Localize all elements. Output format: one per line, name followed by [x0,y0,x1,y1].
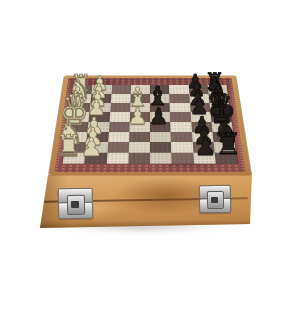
board-square [170,112,191,122]
board-square [210,112,231,122]
board-square [150,132,171,142]
board-square [169,94,189,103]
board-square [170,103,190,112]
board-square [70,103,91,112]
board-square [190,103,211,112]
chess-board [49,76,251,175]
board-square [171,142,193,153]
board-marble-border [54,78,245,172]
board-square [150,103,170,112]
board-square [208,94,229,103]
board-square [207,85,227,94]
board-square [71,94,92,103]
board-square [86,142,108,153]
latch-slot [71,201,79,208]
board-square [150,142,171,153]
board-square [110,94,130,103]
board-square [150,112,170,122]
latch-slot [211,197,218,203]
board-square [171,132,192,142]
board-square [128,153,150,164]
wooden-box-front [38,170,253,232]
board-square [130,103,150,112]
board-square [84,153,107,164]
board-square [150,153,172,164]
board-square [106,153,128,164]
board-square [188,85,208,94]
board-square [87,132,109,142]
board-square [107,142,129,153]
board-square [109,112,130,122]
board-square [214,153,237,164]
board-square [129,132,150,142]
board-square [192,142,214,153]
board-square [211,122,233,132]
board-square [129,142,150,153]
board-square [150,94,170,103]
left-latch-icon [58,188,94,220]
board-square [63,153,86,164]
board-square [68,112,89,122]
board-square [111,85,131,94]
board-grid [63,85,238,163]
board-square [64,142,87,153]
board-square [192,132,214,142]
product-photo: ♜♟♜♟♞♟♞♟♝♟♝♝♟♝♛♟♛♟♚♟♚♟♟♟♞♟♞♟♜♟♜♟ [0,0,285,313]
board-square [171,153,193,164]
board-square [66,132,88,142]
board-square [130,94,150,103]
board-square [191,122,212,132]
board-square [150,122,171,132]
board-square [189,94,209,103]
board-square [213,142,236,153]
board-square [170,122,191,132]
board-square [90,103,111,112]
board-square [190,112,211,122]
board-square [193,153,216,164]
board-square [88,122,109,132]
board-square [129,122,150,132]
board-square [130,112,150,122]
board-square [110,103,130,112]
board-square [89,112,110,122]
board-square [108,132,129,142]
board-square [150,85,169,94]
right-latch-icon [199,185,231,214]
board-square [92,85,112,94]
board-square [212,132,234,142]
board-square [131,85,150,94]
board-square [91,94,111,103]
board-square [169,85,189,94]
board-square [72,85,92,94]
board-square [108,122,129,132]
board-square [67,122,89,132]
board-square [209,103,230,112]
